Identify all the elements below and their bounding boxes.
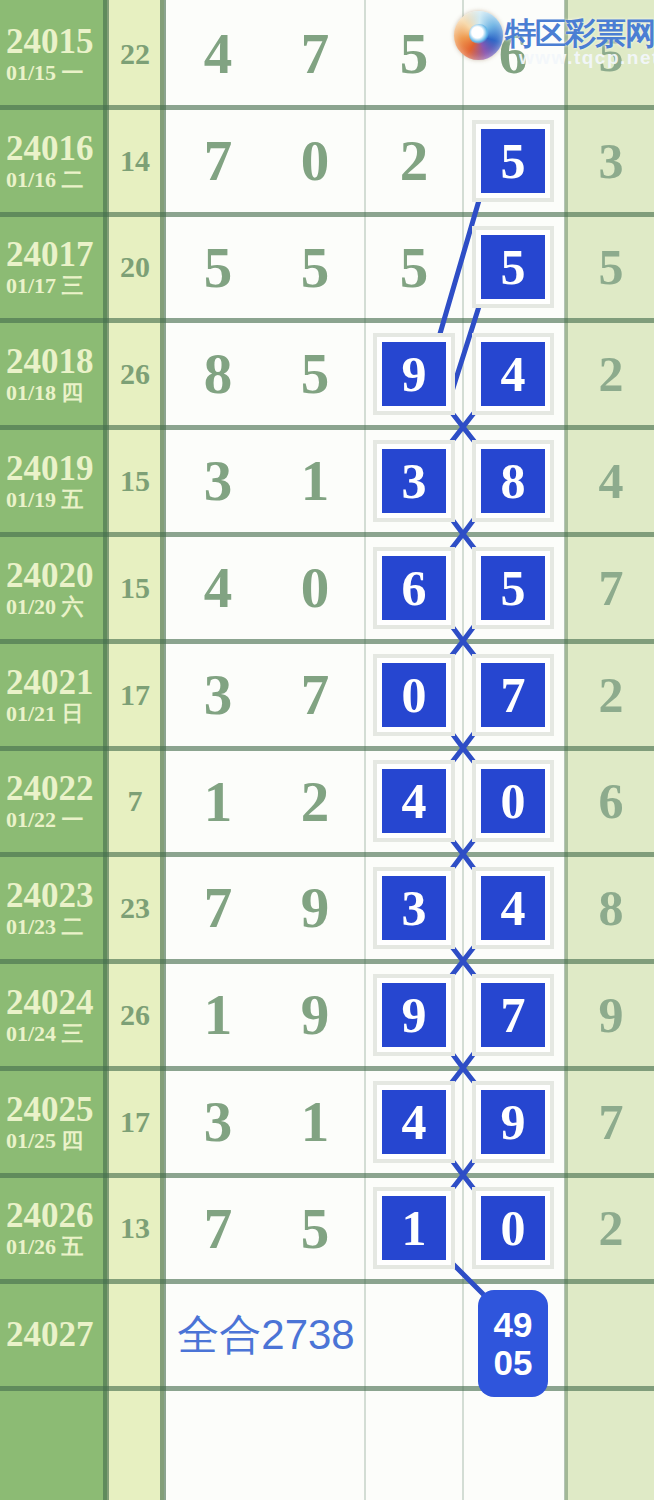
date-label: 01/23 二 bbox=[6, 916, 84, 938]
highlighted-digit: 9 bbox=[382, 342, 446, 406]
grid-horizontal-border bbox=[0, 425, 654, 430]
highlighted-digit: 7 bbox=[481, 983, 545, 1047]
digit4-cell: 4 bbox=[464, 320, 562, 427]
period-cell: 24016 01/16 二 bbox=[0, 107, 104, 214]
digit: 5 bbox=[400, 239, 429, 296]
digit: 3 bbox=[204, 666, 233, 723]
digit4-cell: 0 bbox=[464, 748, 562, 854]
draw-row: 24019 01/19 五 15 3 1 3 8 4 bbox=[0, 427, 654, 534]
digit3-cell: 0 bbox=[366, 641, 462, 748]
draw-row: 24020 01/20 六 15 4 0 6 5 7 bbox=[0, 534, 654, 641]
highlighted-digit: 6 bbox=[382, 556, 446, 620]
prediction-line-2: 05 bbox=[494, 1344, 533, 1381]
grid-horizontal-border bbox=[0, 1386, 654, 1391]
extra-digit-cell: 3 bbox=[568, 107, 654, 214]
sum-cell: 14 bbox=[109, 107, 161, 214]
digit1-cell: 3 bbox=[168, 427, 268, 534]
period-cell: 24025 01/25 四 bbox=[0, 1068, 104, 1175]
digit2-cell: 0 bbox=[266, 534, 364, 641]
highlighted-digit: 9 bbox=[382, 983, 446, 1047]
date-label: 01/19 五 bbox=[6, 489, 84, 511]
highlighted-digit: 4 bbox=[382, 1090, 446, 1154]
period-cell: 24021 01/21 日 bbox=[0, 641, 104, 748]
period-label: 24026 bbox=[6, 1198, 94, 1233]
highlighted-digit: 3 bbox=[382, 876, 446, 940]
extra-digit-cell: 2 bbox=[568, 1175, 654, 1281]
digit2-cell: 5 bbox=[266, 1175, 364, 1281]
date-label: 01/25 四 bbox=[6, 1130, 84, 1152]
digit: 3 bbox=[204, 452, 233, 509]
digit3-cell: 5 bbox=[366, 214, 462, 320]
digit2-cell: 1 bbox=[266, 427, 364, 534]
sum-cell: 17 bbox=[109, 1068, 161, 1175]
digit4-cell: 7 bbox=[464, 641, 562, 748]
date-label: 01/18 四 bbox=[6, 382, 84, 404]
period-cell: 24017 01/17 三 bbox=[0, 214, 104, 320]
digit: 0 bbox=[301, 132, 330, 189]
digit: 0 bbox=[301, 559, 330, 616]
digit: 7 bbox=[204, 879, 233, 936]
site-logo-icon bbox=[454, 11, 503, 60]
digit: 4 bbox=[204, 25, 233, 82]
grid-horizontal-border bbox=[0, 1173, 654, 1178]
digit: 3 bbox=[204, 1093, 233, 1150]
period-label: 24017 bbox=[6, 237, 94, 272]
digit1-cell: 3 bbox=[168, 641, 268, 748]
extra-digit-cell: 5 bbox=[568, 214, 654, 320]
extra-digit-cell: 2 bbox=[568, 641, 654, 748]
draw-row: 24016 01/16 二 14 7 0 2 5 3 bbox=[0, 107, 654, 214]
digit2-cell: 7 bbox=[266, 0, 364, 107]
draw-row: 24023 01/23 二 23 7 9 3 4 8 bbox=[0, 854, 654, 961]
digit2-cell: 5 bbox=[266, 320, 364, 427]
date-label: 01/22 一 bbox=[6, 809, 84, 831]
extra-digit-cell: 7 bbox=[568, 534, 654, 641]
period-label: 24018 bbox=[6, 344, 94, 379]
period-cell: 24027 bbox=[0, 1281, 104, 1388]
digit1-cell: 1 bbox=[168, 961, 268, 1068]
highlighted-digit: 4 bbox=[481, 876, 545, 940]
digit: 7 bbox=[204, 1200, 233, 1257]
sum-cell: 17 bbox=[109, 641, 161, 748]
digit: 5 bbox=[301, 345, 330, 402]
digit3-cell: 9 bbox=[366, 961, 462, 1068]
grid-horizontal-border bbox=[0, 1279, 654, 1284]
period-cell: 24018 01/18 四 bbox=[0, 320, 104, 427]
digit: 5 bbox=[400, 25, 429, 82]
digit3-cell: 6 bbox=[366, 534, 462, 641]
date-label: 01/21 日 bbox=[6, 703, 84, 725]
prediction-row: 24027 全合2738 49 05 bbox=[0, 1281, 654, 1388]
digit: 9 bbox=[301, 879, 330, 936]
sum-cell: 26 bbox=[109, 320, 161, 427]
highlighted-digit: 0 bbox=[481, 769, 545, 833]
digit3-cell: 3 bbox=[366, 427, 462, 534]
digit2-cell: 7 bbox=[266, 641, 364, 748]
period-label: 24022 bbox=[6, 771, 94, 806]
digit1-cell: 7 bbox=[168, 854, 268, 961]
highlighted-digit: 5 bbox=[481, 556, 545, 620]
sum-cell: 22 bbox=[109, 0, 161, 107]
highlighted-digit: 0 bbox=[382, 663, 446, 727]
highlighted-digit: 5 bbox=[481, 129, 545, 193]
sum-cell: 15 bbox=[109, 427, 161, 534]
date-label: 01/16 二 bbox=[6, 169, 84, 191]
prediction-line-1: 49 bbox=[494, 1306, 533, 1343]
period-label: 24025 bbox=[6, 1092, 94, 1127]
highlighted-digit: 5 bbox=[481, 235, 545, 299]
digit4-cell: 7 bbox=[464, 961, 562, 1068]
digit2-cell: 5 bbox=[266, 214, 364, 320]
digit3-cell: 2 bbox=[366, 107, 462, 214]
grid-horizontal-border bbox=[0, 1066, 654, 1071]
digit: 8 bbox=[204, 345, 233, 402]
digit1-cell: 5 bbox=[168, 214, 268, 320]
digit2-cell: 9 bbox=[266, 961, 364, 1068]
extra-digit-cell: 9 bbox=[568, 961, 654, 1068]
grid-horizontal-border bbox=[0, 639, 654, 644]
period-label: 24023 bbox=[6, 878, 94, 913]
draw-row: 24025 01/25 四 17 3 1 4 9 7 bbox=[0, 1068, 654, 1175]
period-cell: 24019 01/19 五 bbox=[0, 427, 104, 534]
extra-digit-cell: 2 bbox=[568, 320, 654, 427]
digit1-cell: 8 bbox=[168, 320, 268, 427]
digit4-cell: 8 bbox=[464, 427, 562, 534]
grid-horizontal-border bbox=[0, 212, 654, 217]
period-cell: 24024 01/24 三 bbox=[0, 961, 104, 1068]
grid-horizontal-border bbox=[0, 318, 654, 323]
period-cell: 24015 01/15 一 bbox=[0, 0, 104, 107]
digit3-cell: 4 bbox=[366, 748, 462, 854]
digit1-cell: 7 bbox=[168, 1175, 268, 1281]
period-label: 24016 bbox=[6, 131, 94, 166]
digit2-cell: 2 bbox=[266, 748, 364, 854]
digit: 9 bbox=[301, 986, 330, 1043]
period-label: 24024 bbox=[6, 985, 94, 1020]
lottery-trend-chart: 24015 01/15 一 22 4 7 5 6 5 24016 01/16 二… bbox=[0, 0, 654, 1500]
period-label: 24019 bbox=[6, 451, 94, 486]
period-label: 24015 bbox=[6, 24, 94, 59]
digit: 2 bbox=[400, 132, 429, 189]
grid-horizontal-border bbox=[0, 746, 654, 751]
digit: 7 bbox=[301, 25, 330, 82]
sum-cell: 23 bbox=[109, 854, 161, 961]
date-label: 01/15 一 bbox=[6, 62, 84, 84]
digit4-cell: 9 bbox=[464, 1068, 562, 1175]
digit1-cell: 4 bbox=[168, 534, 268, 641]
digit2-cell: 0 bbox=[266, 107, 364, 214]
period-cell: 24022 01/22 一 bbox=[0, 748, 104, 854]
digit4-cell: 0 bbox=[464, 1175, 562, 1281]
digit: 7 bbox=[301, 666, 330, 723]
grid-horizontal-border bbox=[0, 105, 654, 110]
sum-cell: 15 bbox=[109, 534, 161, 641]
highlighted-digit: 4 bbox=[382, 769, 446, 833]
digit: 5 bbox=[204, 239, 233, 296]
digit3-cell: 5 bbox=[366, 0, 462, 107]
digit2-cell: 9 bbox=[266, 854, 364, 961]
highlighted-digit: 7 bbox=[481, 663, 545, 727]
digit4-cell: 5 bbox=[464, 534, 562, 641]
sum-cell: 13 bbox=[109, 1175, 161, 1281]
digit: 5 bbox=[301, 239, 330, 296]
sum-cell: 26 bbox=[109, 961, 161, 1068]
draw-row: 24026 01/26 五 13 7 5 1 0 2 bbox=[0, 1175, 654, 1281]
digit1-cell: 4 bbox=[168, 0, 268, 107]
date-label: 01/20 六 bbox=[6, 596, 84, 618]
extra-digit-cell: 6 bbox=[568, 748, 654, 854]
period-label: 24021 bbox=[6, 665, 94, 700]
draw-row: 24017 01/17 三 20 5 5 5 5 5 bbox=[0, 214, 654, 320]
digit: 7 bbox=[204, 132, 233, 189]
prediction-cell: 49 05 bbox=[464, 1281, 562, 1388]
period-cell: 24023 01/23 二 bbox=[0, 854, 104, 961]
site-url: www.tqcp.net bbox=[519, 47, 654, 69]
digit: 1 bbox=[301, 1093, 330, 1150]
extra-digit-cell: 8 bbox=[568, 854, 654, 961]
grid-horizontal-border bbox=[0, 852, 654, 857]
draw-row: 24018 01/18 四 26 8 5 9 4 2 bbox=[0, 320, 654, 427]
grid-horizontal-border bbox=[0, 959, 654, 964]
date-label: 01/17 三 bbox=[6, 275, 84, 297]
digit1-cell: 1 bbox=[168, 748, 268, 854]
digit: 4 bbox=[204, 559, 233, 616]
date-label: 01/24 三 bbox=[6, 1023, 84, 1045]
digit3-cell: 9 bbox=[366, 320, 462, 427]
highlighted-digit: 8 bbox=[481, 449, 545, 513]
digit4-cell: 4 bbox=[464, 854, 562, 961]
extra-digit-cell: 4 bbox=[568, 427, 654, 534]
period-label: 24020 bbox=[6, 558, 94, 593]
draw-row: 24022 01/22 一 7 1 2 4 0 6 bbox=[0, 748, 654, 854]
prediction-pill: 49 05 bbox=[478, 1290, 548, 1397]
sum-cell: 20 bbox=[109, 214, 161, 320]
digit4-cell: 5 bbox=[464, 214, 562, 320]
highlighted-digit: 9 bbox=[481, 1090, 545, 1154]
digit3-cell: 4 bbox=[366, 1068, 462, 1175]
highlighted-digit: 0 bbox=[481, 1196, 545, 1260]
extra-digit-cell: 7 bbox=[568, 1068, 654, 1175]
period-cell: 24026 01/26 五 bbox=[0, 1175, 104, 1281]
prediction-note: 全合2738 bbox=[168, 1281, 364, 1388]
digit1-cell: 7 bbox=[168, 107, 268, 214]
digit1-cell: 3 bbox=[168, 1068, 268, 1175]
digit: 1 bbox=[301, 452, 330, 509]
highlighted-digit: 4 bbox=[481, 342, 545, 406]
period-cell: 24020 01/20 六 bbox=[0, 534, 104, 641]
highlighted-digit: 3 bbox=[382, 449, 446, 513]
digit3-cell: 1 bbox=[366, 1175, 462, 1281]
grid-horizontal-border bbox=[0, 532, 654, 537]
digit2-cell: 1 bbox=[266, 1068, 364, 1175]
digit: 5 bbox=[301, 1200, 330, 1257]
date-label: 01/26 五 bbox=[6, 1236, 84, 1258]
period-label: 24027 bbox=[6, 1317, 94, 1352]
digit: 2 bbox=[301, 773, 330, 830]
digit3-cell: 3 bbox=[366, 854, 462, 961]
sum-cell: 7 bbox=[109, 748, 161, 854]
digit: 1 bbox=[204, 986, 233, 1043]
digit4-cell: 5 bbox=[464, 107, 562, 214]
draw-row: 24021 01/21 日 17 3 7 0 7 2 bbox=[0, 641, 654, 748]
highlighted-digit: 1 bbox=[382, 1196, 446, 1260]
digit: 1 bbox=[204, 773, 233, 830]
draw-row: 24024 01/24 三 26 1 9 9 7 9 bbox=[0, 961, 654, 1068]
